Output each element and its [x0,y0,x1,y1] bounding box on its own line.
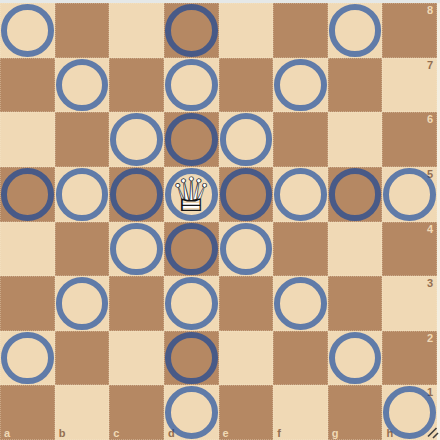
board-resize-handle-icon[interactable] [425,425,439,439]
square-a6[interactable] [0,112,55,167]
file-label-d: d [168,427,175,439]
move-destination-ring [165,332,218,385]
square-b6[interactable] [55,112,110,167]
square-h3[interactable]: 3 [382,276,437,331]
square-d7[interactable] [164,58,219,113]
chess-board[interactable]: 876♛♕5432abcdefgh1 [0,3,437,440]
move-destination-ring [56,277,109,330]
square-c8[interactable] [109,3,164,58]
square-g5[interactable] [328,167,383,222]
square-e8[interactable] [219,3,274,58]
square-h6[interactable]: 6 [382,112,437,167]
square-g1[interactable]: g [328,385,383,440]
square-b8[interactable] [55,3,110,58]
square-h5[interactable]: 5 [382,167,437,222]
move-destination-ring [165,277,218,330]
square-f2[interactable] [273,331,328,386]
square-e3[interactable] [219,276,274,331]
square-b3[interactable] [55,276,110,331]
square-a4[interactable] [0,222,55,277]
move-destination-ring [165,113,218,166]
move-destination-ring [110,113,163,166]
move-destination-ring [110,168,163,221]
square-g4[interactable] [328,222,383,277]
square-f8[interactable] [273,3,328,58]
move-destination-ring [1,168,54,221]
square-e6[interactable] [219,112,274,167]
square-h8[interactable]: 8 [382,3,437,58]
square-b4[interactable] [55,222,110,277]
rank-label-8: 8 [427,4,433,16]
square-d8[interactable] [164,3,219,58]
move-destination-ring [274,168,327,221]
square-g3[interactable] [328,276,383,331]
file-label-e: e [223,427,229,439]
square-d1[interactable]: d [164,385,219,440]
rank-label-7: 7 [427,59,433,71]
square-e7[interactable] [219,58,274,113]
file-label-a: a [4,427,10,439]
white-queen[interactable]: ♛♕ [164,167,219,222]
square-c4[interactable] [109,222,164,277]
move-destination-ring [165,59,218,112]
square-a8[interactable] [0,3,55,58]
move-destination-ring [165,223,218,276]
move-destination-ring [56,168,109,221]
piece-outline: ♕ [170,171,212,218]
square-b1[interactable]: b [55,385,110,440]
move-destination-ring [329,332,382,385]
rank-label-1: 1 [427,386,433,398]
move-destination-ring [1,332,54,385]
square-b2[interactable] [55,331,110,386]
square-f3[interactable] [273,276,328,331]
move-destination-ring [329,4,382,57]
move-destination-ring [1,4,54,57]
square-e4[interactable] [219,222,274,277]
square-h2[interactable]: 2 [382,331,437,386]
square-f5[interactable] [273,167,328,222]
rank-label-3: 3 [427,277,433,289]
square-a7[interactable] [0,58,55,113]
move-destination-ring [110,223,163,276]
square-a2[interactable] [0,331,55,386]
square-a3[interactable] [0,276,55,331]
square-g7[interactable] [328,58,383,113]
move-destination-ring [220,168,273,221]
move-destination-ring [274,277,327,330]
square-e5[interactable] [219,167,274,222]
move-destination-ring [274,59,327,112]
rank-label-4: 4 [427,223,433,235]
square-h7[interactable]: 7 [382,58,437,113]
move-destination-ring [220,113,273,166]
rank-label-2: 2 [427,332,433,344]
board-editor-page: 876♛♕5432abcdefgh1 [0,0,440,440]
square-d4[interactable] [164,222,219,277]
square-d5[interactable]: ♛♕ [164,167,219,222]
rank-label-5: 5 [427,168,433,180]
square-d2[interactable] [164,331,219,386]
file-label-g: g [332,427,339,439]
square-a5[interactable] [0,167,55,222]
rank-label-6: 6 [427,113,433,125]
square-b7[interactable] [55,58,110,113]
move-destination-ring [56,59,109,112]
square-c7[interactable] [109,58,164,113]
square-e1[interactable]: e [219,385,274,440]
file-label-c: c [113,427,119,439]
square-g6[interactable] [328,112,383,167]
square-c3[interactable] [109,276,164,331]
square-c5[interactable] [109,167,164,222]
file-label-b: b [59,427,66,439]
file-label-h: h [386,427,393,439]
move-destination-ring [329,168,382,221]
square-b5[interactable] [55,167,110,222]
square-d6[interactable] [164,112,219,167]
square-f1[interactable]: f [273,385,328,440]
square-f6[interactable] [273,112,328,167]
move-destination-ring [220,223,273,276]
square-c1[interactable]: c [109,385,164,440]
file-label-f: f [277,427,281,439]
square-g8[interactable] [328,3,383,58]
square-a1[interactable]: a [0,385,55,440]
square-d3[interactable] [164,276,219,331]
square-g2[interactable] [328,331,383,386]
square-c2[interactable] [109,331,164,386]
move-destination-ring [165,4,218,57]
square-f4[interactable] [273,222,328,277]
square-c6[interactable] [109,112,164,167]
square-f7[interactable] [273,58,328,113]
square-e2[interactable] [219,331,274,386]
square-h4[interactable]: 4 [382,222,437,277]
